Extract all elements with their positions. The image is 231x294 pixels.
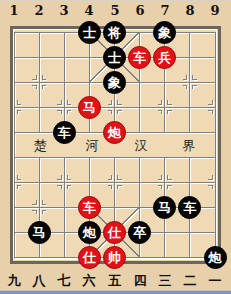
xiangqi-piece[interactable]: 卒 xyxy=(128,221,151,244)
xiangqi-piece[interactable]: 马 xyxy=(78,96,101,119)
file-number: 八 xyxy=(26,272,52,288)
xiangqi-piece[interactable]: 车 xyxy=(78,196,101,219)
xiangqi-piece[interactable]: 帅 xyxy=(103,246,126,269)
file-number: 九 xyxy=(1,272,27,288)
xiangqi-piece[interactable]: 炮 xyxy=(103,121,126,144)
xiangqi-piece[interactable]: 仕 xyxy=(78,246,101,269)
xiangqi-piece[interactable]: 车 xyxy=(128,46,151,69)
file-number: 二 xyxy=(177,272,203,288)
file-number: 五 xyxy=(102,272,128,288)
xiangqi-piece[interactable]: 象 xyxy=(103,71,126,94)
file-number: 一 xyxy=(202,272,228,288)
xiangqi-piece[interactable]: 马 xyxy=(153,196,176,219)
xiangqi-piece[interactable]: 士 xyxy=(103,46,126,69)
file-number: 七 xyxy=(51,272,77,288)
file-number: 六 xyxy=(76,272,102,288)
xiangqi-piece[interactable]: 马 xyxy=(28,221,51,244)
file-number: 三 xyxy=(152,272,178,288)
xiangqi-piece[interactable]: 兵 xyxy=(153,46,176,69)
xiangqi-piece[interactable]: 仕 xyxy=(103,221,126,244)
xiangqi-piece[interactable]: 车 xyxy=(53,121,76,144)
xiangqi-piece[interactable]: 士 xyxy=(78,21,101,44)
window-bottom-edge xyxy=(0,290,231,294)
xiangqi-piece[interactable]: 象 xyxy=(153,21,176,44)
file-number: 四 xyxy=(127,272,153,288)
xiangqi-piece[interactable]: 炮 xyxy=(78,221,101,244)
xiangqi-app: 1 2 3 4 5 6 7 8 9 楚 河 汉 界 士将象士车兵象马车炮车马车马… xyxy=(0,0,231,294)
xiangqi-piece[interactable]: 炮 xyxy=(204,246,227,269)
xiangqi-piece[interactable]: 车 xyxy=(178,196,201,219)
xiangqi-piece[interactable]: 将 xyxy=(103,21,126,44)
pieces-layer[interactable]: 士将象士车兵象马车炮车马车马炮仕卒仕帅炮 xyxy=(2,20,229,270)
